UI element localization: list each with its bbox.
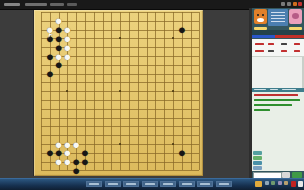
score-estimate-bar — [252, 35, 304, 38]
menu-item[interactable] — [67, 3, 77, 6]
ime-white-badge[interactable] — [298, 181, 303, 187]
star-point — [172, 90, 174, 92]
chat-message — [254, 94, 298, 96]
menu-item[interactable] — [4, 3, 20, 6]
app-icon[interactable] — [284, 181, 288, 185]
quick-chat-button[interactable] — [253, 166, 262, 170]
chat-message — [254, 104, 292, 106]
grid-line — [138, 12, 139, 170]
grid-line — [41, 135, 199, 136]
folder-icon[interactable] — [255, 181, 262, 187]
grid-line — [41, 170, 199, 171]
stat-cell — [268, 43, 274, 45]
grid-line — [199, 12, 200, 170]
app-icon[interactable] — [271, 181, 275, 185]
bottom-toolbar — [0, 178, 304, 190]
grid-line — [41, 109, 199, 110]
mouse-cursor-icon — [49, 33, 53, 36]
grid-line — [164, 12, 165, 170]
stat-cell — [255, 50, 264, 52]
chat-message — [254, 109, 270, 111]
send-button[interactable] — [292, 172, 302, 178]
toolbar-button[interactable] — [86, 181, 102, 187]
quick-chat-button[interactable] — [253, 156, 262, 160]
black-score-fill — [252, 35, 275, 38]
grid-line — [147, 12, 148, 170]
grid-line — [129, 12, 130, 170]
toolbar-button[interactable] — [142, 181, 158, 187]
app-icon[interactable] — [278, 181, 282, 185]
game-info-panel — [252, 8, 304, 178]
quick-chat-button[interactable] — [253, 151, 262, 155]
star-point — [172, 143, 174, 145]
go-client-window: ●●●●●●●●●●●●●●●●●●●●●●●●●●●● — [0, 0, 304, 190]
star-point — [119, 143, 121, 145]
restore-button[interactable] — [287, 2, 291, 6]
stat-cell — [294, 50, 300, 52]
settings-button[interactable] — [293, 2, 297, 6]
grid-line — [41, 118, 199, 119]
toolbar-button[interactable] — [197, 181, 213, 187]
star-point — [119, 90, 121, 92]
stat-cell — [281, 50, 287, 52]
scrollbar[interactable] — [302, 57, 304, 88]
grid-line — [191, 12, 192, 170]
toolbar-button[interactable] — [105, 181, 121, 187]
players-area — [252, 8, 304, 30]
grid-line — [41, 126, 199, 127]
quick-chat-button[interactable] — [253, 161, 262, 165]
fox-muzzle-icon — [257, 18, 264, 22]
toolbar-button[interactable] — [123, 181, 139, 187]
grid-line — [41, 100, 199, 101]
white-player-avatar — [289, 9, 302, 24]
close-button[interactable] — [298, 2, 302, 6]
toolbar-button[interactable] — [216, 181, 232, 187]
toolbar-button[interactable] — [179, 181, 195, 187]
pink-face-icon — [292, 13, 299, 19]
stat-cell — [294, 43, 300, 45]
stat-cell — [268, 50, 274, 52]
emoji-button[interactable] — [282, 172, 290, 178]
stat-cell — [255, 43, 264, 45]
go-board[interactable]: ●●●●●●●●●●●●●●●●●●●●●●●●●●●● — [33, 10, 203, 176]
stat-cell — [281, 43, 287, 45]
ime-red-badge[interactable] — [291, 181, 296, 187]
menu-item[interactable] — [25, 3, 47, 6]
black-player-avatar — [254, 9, 267, 24]
grid-line — [155, 12, 156, 170]
fox-eyes-icon — [257, 14, 259, 16]
app-icon[interactable] — [265, 181, 269, 185]
game-info-box — [268, 9, 288, 26]
stats-table — [252, 39, 304, 57]
minimize-button[interactable] — [281, 2, 285, 6]
move-list-area[interactable] — [252, 57, 304, 88]
toolbar-button[interactable] — [160, 181, 176, 187]
chat-message — [254, 99, 300, 101]
menu-item[interactable] — [50, 3, 64, 6]
